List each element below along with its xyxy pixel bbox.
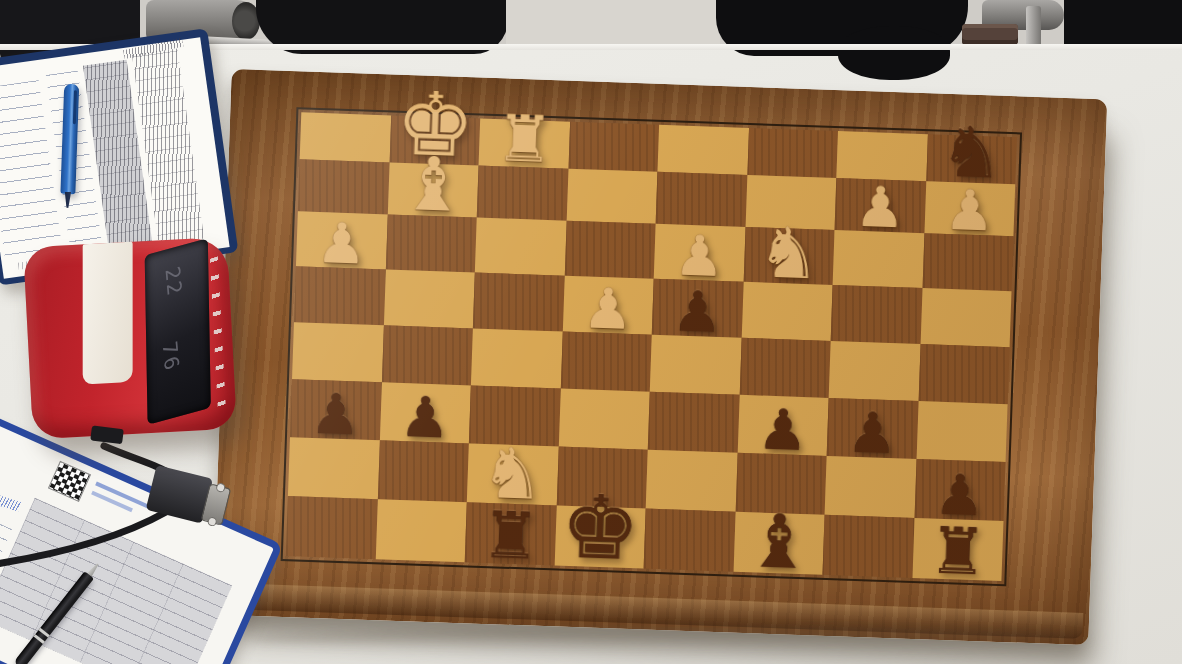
piece-black-rook-a8[interactable]: ♜ xyxy=(928,522,987,583)
square-a2[interactable]: ♟ xyxy=(924,181,1015,236)
square-h3[interactable]: ♟ xyxy=(296,211,387,269)
piece-black-pawn-h6[interactable]: ♟ xyxy=(310,388,362,441)
square-d8[interactable] xyxy=(644,509,736,572)
square-b5[interactable] xyxy=(829,341,920,401)
square-f3[interactable] xyxy=(475,218,566,276)
clock-lcd-display: 22 76 xyxy=(145,238,211,424)
square-b6[interactable]: ♟ xyxy=(827,398,918,459)
square-e8[interactable]: ♚ xyxy=(554,505,646,568)
square-f1[interactable]: ♜ xyxy=(479,119,570,169)
square-d1[interactable] xyxy=(657,125,748,175)
square-d7[interactable] xyxy=(646,450,738,512)
board-shadow xyxy=(250,628,1090,650)
square-g3[interactable] xyxy=(385,214,476,272)
square-c3[interactable]: ♞ xyxy=(743,227,834,285)
square-a1[interactable]: ♞ xyxy=(926,134,1017,184)
clock-time-bottom: 76 xyxy=(158,338,184,375)
pen-chrome-ring xyxy=(34,634,45,644)
pen-chrome-ring xyxy=(38,628,49,638)
square-e4[interactable]: ♟ xyxy=(562,276,653,335)
chrome-chair-post xyxy=(1026,6,1041,48)
square-g7[interactable] xyxy=(377,440,469,502)
blue-pen-tip xyxy=(63,192,73,208)
square-b8[interactable] xyxy=(822,515,914,578)
clock-top-stripe xyxy=(83,242,133,385)
square-e6[interactable] xyxy=(558,389,649,450)
piece-black-king-e8[interactable]: ♚ xyxy=(559,487,641,571)
board-grid: ♚♜♞♝♟♟♟♟♞♟♟♟♟♟♟♞♟♜♚♝♜ xyxy=(286,112,1017,581)
piece-black-pawn-g6[interactable]: ♟ xyxy=(399,391,451,444)
square-c1[interactable] xyxy=(747,128,838,178)
piece-black-pawn-c6[interactable]: ♟ xyxy=(757,404,809,457)
background-gap xyxy=(506,0,720,46)
person-right-elbow xyxy=(838,26,950,80)
chess-clock[interactable]: 22 76 xyxy=(23,237,237,439)
square-f2[interactable] xyxy=(477,166,568,221)
square-e2[interactable] xyxy=(566,169,657,224)
square-c4[interactable] xyxy=(741,282,832,341)
square-d5[interactable] xyxy=(650,335,741,395)
piece-white-pawn-d3[interactable]: ♟ xyxy=(673,230,725,283)
square-h7[interactable] xyxy=(288,437,380,499)
square-f7[interactable]: ♞ xyxy=(467,443,559,505)
person-far-right-dark xyxy=(1064,0,1182,48)
clock-time-top: 22 xyxy=(161,263,187,300)
square-g2[interactable]: ♝ xyxy=(387,162,478,217)
piece-white-pawn-e4[interactable]: ♟ xyxy=(582,283,634,336)
square-f8[interactable]: ♜ xyxy=(465,502,557,565)
square-g8[interactable] xyxy=(375,499,467,562)
square-h1[interactable] xyxy=(300,112,391,162)
square-g5[interactable] xyxy=(381,325,472,385)
piece-white-bishop-g2[interactable]: ♝ xyxy=(399,149,468,219)
piece-white-knight-f7[interactable]: ♞ xyxy=(480,440,545,507)
piece-black-pawn-b6[interactable]: ♟ xyxy=(846,407,898,460)
square-f4[interactable] xyxy=(473,272,564,331)
square-a5[interactable] xyxy=(918,344,1009,404)
piece-white-knight-c3[interactable]: ♞ xyxy=(756,220,821,287)
square-h2[interactable] xyxy=(298,159,389,214)
square-d4[interactable]: ♟ xyxy=(652,279,743,338)
piece-white-pawn-b2[interactable]: ♟ xyxy=(854,181,906,234)
square-b7[interactable] xyxy=(825,456,917,518)
square-c5[interactable] xyxy=(739,338,830,398)
square-f5[interactable] xyxy=(471,328,562,388)
piece-white-pawn-h3[interactable]: ♟ xyxy=(316,217,368,270)
square-b1[interactable] xyxy=(836,131,927,181)
square-b4[interactable] xyxy=(831,285,922,344)
square-h5[interactable] xyxy=(292,322,383,382)
square-c8[interactable]: ♝ xyxy=(733,512,825,575)
square-h8[interactable] xyxy=(286,496,378,559)
square-d2[interactable] xyxy=(656,172,747,227)
square-e3[interactable] xyxy=(564,221,655,279)
square-a8[interactable]: ♜ xyxy=(912,518,1004,581)
square-h6[interactable]: ♟ xyxy=(290,379,381,440)
brown-pouch xyxy=(962,24,1018,45)
piece-black-pawn-d4[interactable]: ♟ xyxy=(671,286,723,339)
square-h4[interactable] xyxy=(294,266,385,325)
piece-white-rook-f1[interactable]: ♜ xyxy=(495,109,554,170)
square-c6[interactable]: ♟ xyxy=(737,395,828,456)
square-a7[interactable]: ♟ xyxy=(914,459,1006,521)
square-g4[interactable] xyxy=(383,269,474,328)
square-a4[interactable] xyxy=(920,288,1011,347)
square-a3[interactable] xyxy=(922,233,1013,291)
square-a6[interactable] xyxy=(916,401,1007,462)
clock-cable-jack xyxy=(90,425,124,444)
square-b2[interactable]: ♟ xyxy=(835,178,926,233)
chess-board: ♚♜♞♝♟♟♟♟♞♟♟♟♟♟♟♞♟♜♚♝♜ xyxy=(213,69,1108,645)
board-inlay-border: ♚♜♞♝♟♟♟♟♞♟♟♟♟♟♟♞♟♜♚♝♜ xyxy=(281,107,1022,586)
piece-white-pawn-a2[interactable]: ♟ xyxy=(944,184,996,237)
piece-black-bishop-c8[interactable]: ♝ xyxy=(745,506,814,576)
square-b3[interactable] xyxy=(833,230,924,288)
square-d3[interactable]: ♟ xyxy=(654,224,745,282)
square-d6[interactable] xyxy=(648,392,739,453)
square-e1[interactable] xyxy=(568,122,659,172)
square-g6[interactable]: ♟ xyxy=(379,382,470,443)
piece-black-knight-a1[interactable]: ♞ xyxy=(939,119,1004,186)
square-e5[interactable] xyxy=(560,332,651,392)
piece-black-rook-f8[interactable]: ♜ xyxy=(481,506,540,567)
